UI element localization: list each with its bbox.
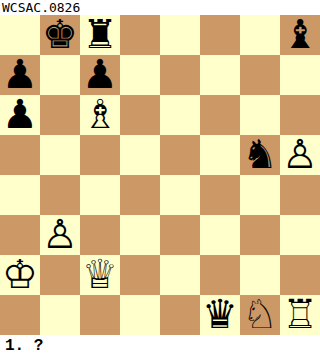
square-b3[interactable]: ♙ bbox=[40, 215, 80, 255]
square-c1[interactable] bbox=[80, 295, 120, 335]
square-c7[interactable]: ♟ bbox=[80, 55, 120, 95]
square-b8[interactable]: ♚ bbox=[40, 15, 80, 55]
square-e6[interactable] bbox=[160, 95, 200, 135]
square-d4[interactable] bbox=[120, 175, 160, 215]
square-e8[interactable] bbox=[160, 15, 200, 55]
square-d1[interactable] bbox=[120, 295, 160, 335]
square-b6[interactable] bbox=[40, 95, 80, 135]
piece-black-pawn: ♟ bbox=[2, 95, 38, 134]
piece-black-pawn: ♟ bbox=[2, 55, 38, 94]
square-d8[interactable] bbox=[120, 15, 160, 55]
square-a8[interactable] bbox=[0, 15, 40, 55]
square-d6[interactable] bbox=[120, 95, 160, 135]
square-h6[interactable] bbox=[280, 95, 320, 135]
piece-black-rook: ♜ bbox=[82, 15, 118, 54]
square-c3[interactable] bbox=[80, 215, 120, 255]
square-h4[interactable] bbox=[280, 175, 320, 215]
square-c4[interactable] bbox=[80, 175, 120, 215]
square-e2[interactable] bbox=[160, 255, 200, 295]
square-g4[interactable] bbox=[240, 175, 280, 215]
square-a7[interactable]: ♟ bbox=[0, 55, 40, 95]
piece-white-bishop: ♗ bbox=[82, 95, 118, 134]
move-prompt: 1. ? bbox=[0, 335, 320, 360]
square-e4[interactable] bbox=[160, 175, 200, 215]
square-b5[interactable] bbox=[40, 135, 80, 175]
square-f8[interactable] bbox=[200, 15, 240, 55]
square-h2[interactable] bbox=[280, 255, 320, 295]
square-a2[interactable]: ♔ bbox=[0, 255, 40, 295]
square-g8[interactable] bbox=[240, 15, 280, 55]
piece-white-rook: ♖ bbox=[282, 295, 318, 334]
square-f2[interactable] bbox=[200, 255, 240, 295]
square-d2[interactable] bbox=[120, 255, 160, 295]
piece-white-pawn: ♙ bbox=[282, 135, 318, 174]
piece-black-queen: ♛ bbox=[202, 295, 238, 334]
square-b1[interactable] bbox=[40, 295, 80, 335]
piece-white-knight: ♘ bbox=[242, 295, 278, 334]
square-d5[interactable] bbox=[120, 135, 160, 175]
square-a4[interactable] bbox=[0, 175, 40, 215]
square-e5[interactable] bbox=[160, 135, 200, 175]
square-f6[interactable] bbox=[200, 95, 240, 135]
square-h5[interactable]: ♙ bbox=[280, 135, 320, 175]
square-d7[interactable] bbox=[120, 55, 160, 95]
square-e3[interactable] bbox=[160, 215, 200, 255]
puzzle-title: WCSAC.0826 bbox=[0, 0, 320, 15]
square-a5[interactable] bbox=[0, 135, 40, 175]
square-e7[interactable] bbox=[160, 55, 200, 95]
square-c5[interactable] bbox=[80, 135, 120, 175]
piece-black-pawn: ♟ bbox=[82, 55, 118, 94]
piece-white-king: ♔ bbox=[2, 255, 38, 294]
piece-black-king: ♚ bbox=[42, 15, 78, 54]
chess-board: ♚♜♝♟♟♟♗♞♙♙♔♕♛♘♖ bbox=[0, 15, 320, 335]
chess-diagram-window: WCSAC.0826 ♚♜♝♟♟♟♗♞♙♙♔♕♛♘♖ 1. ? bbox=[0, 0, 320, 360]
square-a1[interactable] bbox=[0, 295, 40, 335]
square-f7[interactable] bbox=[200, 55, 240, 95]
square-f1[interactable]: ♛ bbox=[200, 295, 240, 335]
piece-black-knight: ♞ bbox=[242, 135, 278, 174]
square-f4[interactable] bbox=[200, 175, 240, 215]
square-f3[interactable] bbox=[200, 215, 240, 255]
square-h3[interactable] bbox=[280, 215, 320, 255]
square-b2[interactable] bbox=[40, 255, 80, 295]
square-g7[interactable] bbox=[240, 55, 280, 95]
square-a6[interactable]: ♟ bbox=[0, 95, 40, 135]
square-c6[interactable]: ♗ bbox=[80, 95, 120, 135]
piece-black-bishop: ♝ bbox=[282, 15, 318, 54]
square-c8[interactable]: ♜ bbox=[80, 15, 120, 55]
square-e1[interactable] bbox=[160, 295, 200, 335]
square-g2[interactable] bbox=[240, 255, 280, 295]
square-h8[interactable]: ♝ bbox=[280, 15, 320, 55]
square-a3[interactable] bbox=[0, 215, 40, 255]
square-g1[interactable]: ♘ bbox=[240, 295, 280, 335]
square-h7[interactable] bbox=[280, 55, 320, 95]
square-d3[interactable] bbox=[120, 215, 160, 255]
square-b7[interactable] bbox=[40, 55, 80, 95]
square-c2[interactable]: ♕ bbox=[80, 255, 120, 295]
square-g6[interactable] bbox=[240, 95, 280, 135]
square-g5[interactable]: ♞ bbox=[240, 135, 280, 175]
piece-white-queen: ♕ bbox=[82, 255, 118, 294]
square-f5[interactable] bbox=[200, 135, 240, 175]
piece-white-pawn: ♙ bbox=[42, 215, 78, 254]
square-h1[interactable]: ♖ bbox=[280, 295, 320, 335]
square-b4[interactable] bbox=[40, 175, 80, 215]
square-g3[interactable] bbox=[240, 215, 280, 255]
